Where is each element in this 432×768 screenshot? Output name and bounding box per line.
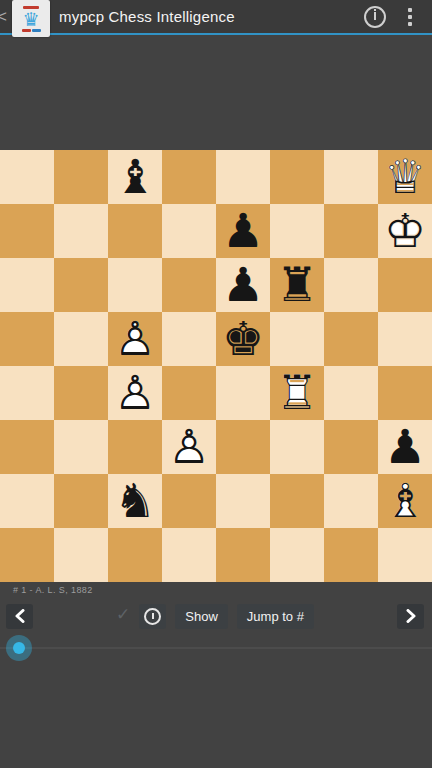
square-e7[interactable]: ♟ (216, 204, 270, 258)
info-circle-icon (144, 608, 161, 625)
overflow-menu-icon[interactable] (408, 8, 412, 26)
solution-info-button[interactable] (139, 604, 166, 629)
square-h1[interactable] (378, 528, 432, 582)
square-b4[interactable] (54, 366, 108, 420)
square-e8[interactable] (216, 150, 270, 204)
seekbar-thumb-core (13, 642, 25, 654)
piece-black-rook: ♜ (270, 258, 324, 312)
square-e2[interactable] (216, 474, 270, 528)
square-e6[interactable]: ♟ (216, 258, 270, 312)
piece-white-pawn: ♟♙ (162, 420, 216, 474)
square-g7[interactable] (324, 204, 378, 258)
problem-seekbar[interactable] (0, 630, 432, 666)
problem-caption: # 1 - A. L. S, 1882 (13, 585, 93, 595)
app-home-icon[interactable]: ♛ (12, 0, 50, 37)
square-f6[interactable]: ♜ (270, 258, 324, 312)
seekbar-thumb[interactable] (6, 635, 32, 661)
icon-text-bottom-right (32, 29, 41, 32)
square-d6[interactable] (162, 258, 216, 312)
square-a3[interactable] (0, 420, 54, 474)
square-f8[interactable] (270, 150, 324, 204)
square-e4[interactable] (216, 366, 270, 420)
square-d3[interactable]: ♟♙ (162, 420, 216, 474)
square-d2[interactable] (162, 474, 216, 528)
square-f1[interactable] (270, 528, 324, 582)
bottom-toolbar: ✓ Show Jump to # (0, 602, 432, 630)
square-c1[interactable] (108, 528, 162, 582)
square-h2[interactable]: ♝♗ (378, 474, 432, 528)
square-e3[interactable] (216, 420, 270, 474)
square-g6[interactable] (324, 258, 378, 312)
piece-white-bishop: ♝♗ (378, 474, 432, 528)
piece-white-queen: ♛♕ (378, 150, 432, 204)
square-c7[interactable] (108, 204, 162, 258)
jump-to-number-button[interactable]: Jump to # (237, 604, 314, 629)
piece-white-rook: ♜♖ (270, 366, 324, 420)
icon-text-bottom-left (22, 29, 31, 32)
square-d5[interactable] (162, 312, 216, 366)
piece-white-king: ♚♔ (378, 204, 432, 258)
square-h5[interactable] (378, 312, 432, 366)
square-b2[interactable] (54, 474, 108, 528)
square-b5[interactable] (54, 312, 108, 366)
square-a6[interactable] (0, 258, 54, 312)
show-button[interactable]: Show (175, 604, 228, 629)
piece-black-bishop: ♝ (108, 150, 162, 204)
crown-icon: ♛ (22, 9, 39, 29)
app-bar: < ♛ mypcp Chess Intelligence (0, 0, 432, 35)
piece-white-pawn: ♟♙ (108, 312, 162, 366)
square-h6[interactable] (378, 258, 432, 312)
square-f2[interactable] (270, 474, 324, 528)
chess-board: ♝♛♕♟♚♔♟♜♟♙♚♟♙♜♖♟♙♟♞♝♗ (0, 150, 432, 582)
square-f4[interactable]: ♜♖ (270, 366, 324, 420)
piece-black-knight: ♞ (108, 474, 162, 528)
square-a1[interactable] (0, 528, 54, 582)
chevron-left-icon (14, 609, 26, 623)
square-g4[interactable] (324, 366, 378, 420)
square-e5[interactable]: ♚ (216, 312, 270, 366)
square-g1[interactable] (324, 528, 378, 582)
piece-white-pawn: ♟♙ (108, 366, 162, 420)
square-c8[interactable]: ♝ (108, 150, 162, 204)
square-f7[interactable] (270, 204, 324, 258)
next-problem-button[interactable] (397, 604, 424, 629)
square-a5[interactable] (0, 312, 54, 366)
page-title: mypcp Chess Intelligence (59, 8, 235, 25)
chevron-right-icon (405, 609, 417, 623)
previous-problem-button[interactable] (6, 604, 33, 629)
square-d4[interactable] (162, 366, 216, 420)
square-h3[interactable]: ♟ (378, 420, 432, 474)
piece-black-pawn: ♟ (378, 420, 432, 474)
square-d1[interactable] (162, 528, 216, 582)
square-f3[interactable] (270, 420, 324, 474)
square-b7[interactable] (54, 204, 108, 258)
square-c2[interactable]: ♞ (108, 474, 162, 528)
square-f5[interactable] (270, 312, 324, 366)
square-a4[interactable] (0, 366, 54, 420)
square-b6[interactable] (54, 258, 108, 312)
square-g5[interactable] (324, 312, 378, 366)
piece-black-pawn: ♟ (216, 204, 270, 258)
square-c4[interactable]: ♟♙ (108, 366, 162, 420)
app-screen: < ♛ mypcp Chess Intelligence ♝♛♕♟♚♔♟♜♟♙♚… (0, 0, 432, 768)
square-b8[interactable] (54, 150, 108, 204)
square-c6[interactable] (108, 258, 162, 312)
square-d8[interactable] (162, 150, 216, 204)
square-h7[interactable]: ♚♔ (378, 204, 432, 258)
square-g8[interactable] (324, 150, 378, 204)
info-icon[interactable] (364, 6, 386, 28)
square-a7[interactable] (0, 204, 54, 258)
square-h8[interactable]: ♛♕ (378, 150, 432, 204)
square-a2[interactable] (0, 474, 54, 528)
piece-black-pawn: ♟ (216, 258, 270, 312)
square-g3[interactable] (324, 420, 378, 474)
seekbar-track[interactable] (0, 647, 432, 649)
square-b3[interactable] (54, 420, 108, 474)
square-d7[interactable] (162, 204, 216, 258)
square-a8[interactable] (0, 150, 54, 204)
square-c3[interactable] (108, 420, 162, 474)
square-b1[interactable] (54, 528, 108, 582)
piece-black-king: ♚ (216, 312, 270, 366)
square-e1[interactable] (216, 528, 270, 582)
square-h4[interactable] (378, 366, 432, 420)
back-caret[interactable]: < (0, 0, 7, 33)
square-g2[interactable] (324, 474, 378, 528)
check-icon: ✓ (116, 604, 130, 625)
square-c5[interactable]: ♟♙ (108, 312, 162, 366)
